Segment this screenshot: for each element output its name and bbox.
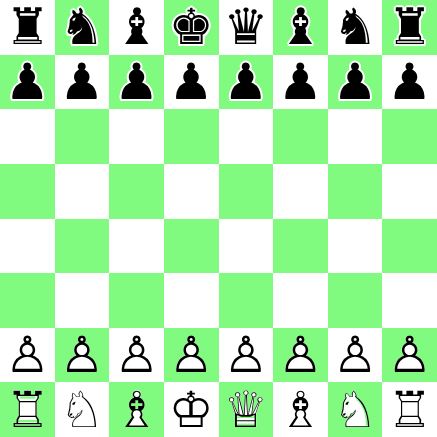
square-b5[interactable] <box>55 164 110 219</box>
square-c3[interactable] <box>109 273 164 328</box>
square-d1[interactable]: ♚♔ <box>164 382 219 437</box>
piece-black-pawn[interactable]: ♟ <box>219 55 274 110</box>
piece-black-pawn[interactable]: ♟ <box>164 55 219 110</box>
piece-outline-layer: ♙ <box>382 328 437 383</box>
piece-black-king[interactable]: ♚ <box>164 0 219 55</box>
piece-outline-layer: ♗ <box>273 382 328 437</box>
square-g7[interactable]: ♟ <box>328 55 383 110</box>
square-a1[interactable]: ♜♖ <box>0 382 55 437</box>
piece-white-knight[interactable]: ♞♘ <box>55 382 110 437</box>
piece-white-pawn[interactable]: ♟♙ <box>219 328 274 383</box>
piece-black-rook[interactable]: ♜ <box>0 0 55 55</box>
piece-outline-layer: ♗ <box>109 382 164 437</box>
piece-outline-layer: ♙ <box>55 328 110 383</box>
square-b1[interactable]: ♞♘ <box>55 382 110 437</box>
piece-outline-layer: ♙ <box>328 328 383 383</box>
square-a6[interactable] <box>0 109 55 164</box>
piece-white-pawn[interactable]: ♟♙ <box>273 328 328 383</box>
square-h1[interactable]: ♜♖ <box>382 382 437 437</box>
square-c7[interactable]: ♟ <box>109 55 164 110</box>
piece-outline-layer: ♙ <box>273 328 328 383</box>
piece-white-rook[interactable]: ♜♖ <box>0 382 55 437</box>
square-a7[interactable]: ♟ <box>0 55 55 110</box>
square-a5[interactable] <box>0 164 55 219</box>
square-c1[interactable]: ♝♗ <box>109 382 164 437</box>
square-c5[interactable] <box>109 164 164 219</box>
square-h4[interactable] <box>382 219 437 274</box>
piece-outline-layer: ♙ <box>219 328 274 383</box>
piece-white-knight[interactable]: ♞♘ <box>328 382 383 437</box>
piece-white-rook[interactable]: ♜♖ <box>382 382 437 437</box>
piece-black-knight[interactable]: ♞ <box>328 0 383 55</box>
square-f1[interactable]: ♝♗ <box>273 382 328 437</box>
piece-outline-layer: ♖ <box>382 382 437 437</box>
piece-black-pawn[interactable]: ♟ <box>109 55 164 110</box>
square-g1[interactable]: ♞♘ <box>328 382 383 437</box>
piece-outline-layer: ♙ <box>164 328 219 383</box>
piece-white-bishop[interactable]: ♝♗ <box>273 382 328 437</box>
square-b2[interactable]: ♟♙ <box>55 328 110 383</box>
piece-white-pawn[interactable]: ♟♙ <box>109 328 164 383</box>
square-f4[interactable] <box>273 219 328 274</box>
square-d3[interactable] <box>164 273 219 328</box>
chess-board: ♜♞♝♚♛♝♞♜♟♟♟♟♟♟♟♟♟♙♟♙♟♙♟♙♟♙♟♙♟♙♟♙♜♖♞♘♝♗♚♔… <box>0 0 437 437</box>
square-g5[interactable] <box>328 164 383 219</box>
piece-outline-layer: ♖ <box>0 382 55 437</box>
piece-white-queen[interactable]: ♛♕ <box>219 382 274 437</box>
square-b7[interactable]: ♟ <box>55 55 110 110</box>
square-h5[interactable] <box>382 164 437 219</box>
square-h6[interactable] <box>382 109 437 164</box>
square-e3[interactable] <box>219 273 274 328</box>
square-a2[interactable]: ♟♙ <box>0 328 55 383</box>
square-f5[interactable] <box>273 164 328 219</box>
piece-black-pawn[interactable]: ♟ <box>273 55 328 110</box>
square-d2[interactable]: ♟♙ <box>164 328 219 383</box>
square-c4[interactable] <box>109 219 164 274</box>
square-b4[interactable] <box>55 219 110 274</box>
square-c6[interactable] <box>109 109 164 164</box>
square-c8[interactable]: ♝ <box>109 0 164 55</box>
square-e8[interactable]: ♛ <box>219 0 274 55</box>
square-a4[interactable] <box>0 219 55 274</box>
piece-outline-layer: ♔ <box>164 382 219 437</box>
piece-white-bishop[interactable]: ♝♗ <box>109 382 164 437</box>
square-f2[interactable]: ♟♙ <box>273 328 328 383</box>
piece-black-knight[interactable]: ♞ <box>55 0 110 55</box>
square-e4[interactable] <box>219 219 274 274</box>
square-d5[interactable] <box>164 164 219 219</box>
piece-white-pawn[interactable]: ♟♙ <box>55 328 110 383</box>
square-f6[interactable] <box>273 109 328 164</box>
piece-outline-layer: ♘ <box>55 382 110 437</box>
piece-black-pawn[interactable]: ♟ <box>55 55 110 110</box>
square-h2[interactable]: ♟♙ <box>382 328 437 383</box>
square-a3[interactable] <box>0 273 55 328</box>
piece-white-pawn[interactable]: ♟♙ <box>382 328 437 383</box>
piece-white-king[interactable]: ♚♔ <box>164 382 219 437</box>
piece-outline-layer: ♙ <box>109 328 164 383</box>
square-g4[interactable] <box>328 219 383 274</box>
square-e2[interactable]: ♟♙ <box>219 328 274 383</box>
piece-black-bishop[interactable]: ♝ <box>109 0 164 55</box>
piece-black-bishop[interactable]: ♝ <box>273 0 328 55</box>
square-g2[interactable]: ♟♙ <box>328 328 383 383</box>
square-b6[interactable] <box>55 109 110 164</box>
square-d8[interactable]: ♚ <box>164 0 219 55</box>
piece-outline-layer: ♘ <box>328 382 383 437</box>
piece-white-pawn[interactable]: ♟♙ <box>164 328 219 383</box>
square-a8[interactable]: ♜ <box>0 0 55 55</box>
square-h8[interactable]: ♜ <box>382 0 437 55</box>
square-e6[interactable] <box>219 109 274 164</box>
piece-black-queen[interactable]: ♛ <box>219 0 274 55</box>
square-g6[interactable] <box>328 109 383 164</box>
square-c2[interactable]: ♟♙ <box>109 328 164 383</box>
square-h7[interactable]: ♟ <box>382 55 437 110</box>
piece-outline-layer: ♕ <box>219 382 274 437</box>
piece-black-pawn[interactable]: ♟ <box>382 55 437 110</box>
square-g8[interactable]: ♞ <box>328 0 383 55</box>
square-e1[interactable]: ♛♕ <box>219 382 274 437</box>
square-d6[interactable] <box>164 109 219 164</box>
piece-white-pawn[interactable]: ♟♙ <box>0 328 55 383</box>
square-f7[interactable]: ♟ <box>273 55 328 110</box>
piece-black-rook[interactable]: ♜ <box>382 0 437 55</box>
square-b3[interactable] <box>55 273 110 328</box>
square-d7[interactable]: ♟ <box>164 55 219 110</box>
piece-white-pawn[interactable]: ♟♙ <box>328 328 383 383</box>
square-e5[interactable] <box>219 164 274 219</box>
square-f8[interactable]: ♝ <box>273 0 328 55</box>
square-g3[interactable] <box>328 273 383 328</box>
square-h3[interactable] <box>382 273 437 328</box>
square-e7[interactable]: ♟ <box>219 55 274 110</box>
piece-black-pawn[interactable]: ♟ <box>328 55 383 110</box>
square-b8[interactable]: ♞ <box>55 0 110 55</box>
piece-black-pawn[interactable]: ♟ <box>0 55 55 110</box>
piece-outline-layer: ♙ <box>0 328 55 383</box>
square-d4[interactable] <box>164 219 219 274</box>
square-f3[interactable] <box>273 273 328 328</box>
